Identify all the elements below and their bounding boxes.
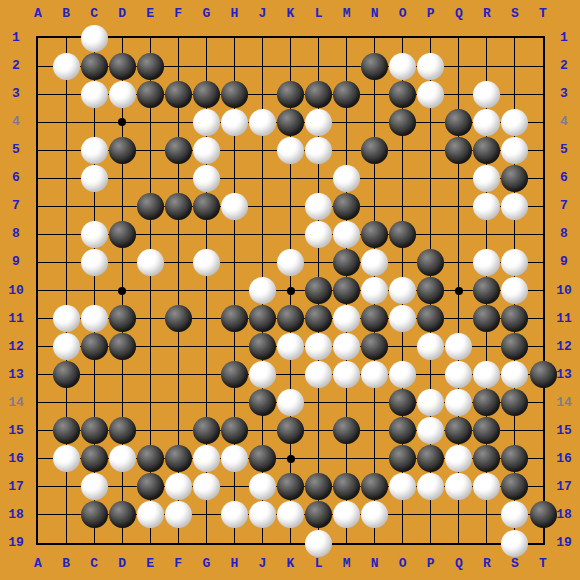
coord-label-right-16: 16 (552, 451, 576, 467)
black-stone-F11[interactable] (165, 305, 192, 332)
coord-label-left-11: 11 (4, 311, 28, 327)
coord-label-left-18: 18 (4, 507, 28, 523)
coord-label-top-K: K (279, 6, 303, 22)
black-stone-C18[interactable] (81, 501, 108, 528)
white-stone-J13[interactable] (249, 361, 276, 388)
white-stone-H16[interactable] (221, 445, 248, 472)
coord-label-right-2: 2 (552, 58, 576, 74)
white-stone-K9[interactable] (277, 249, 304, 276)
black-stone-C2[interactable] (81, 53, 108, 80)
white-stone-K12[interactable] (277, 333, 304, 360)
coord-label-top-T: T (531, 6, 555, 22)
white-stone-E18[interactable] (137, 501, 164, 528)
white-stone-F18[interactable] (165, 501, 192, 528)
coord-label-right-17: 17 (552, 479, 576, 495)
coord-label-left-1: 1 (4, 30, 28, 46)
black-stone-D12[interactable] (109, 333, 136, 360)
coord-label-left-17: 17 (4, 479, 28, 495)
white-stone-G16[interactable] (193, 445, 220, 472)
coord-label-left-19: 19 (4, 535, 28, 551)
black-stone-D18[interactable] (109, 501, 136, 528)
coord-label-left-13: 13 (4, 367, 28, 383)
black-stone-J12[interactable] (249, 333, 276, 360)
white-stone-C9[interactable] (81, 249, 108, 276)
white-stone-G4[interactable] (193, 109, 220, 136)
coord-label-right-15: 15 (552, 423, 576, 439)
coord-label-bottom-P: P (419, 556, 443, 572)
black-stone-K4[interactable] (277, 109, 304, 136)
white-stone-L7[interactable] (305, 193, 332, 220)
white-stone-J4[interactable] (249, 109, 276, 136)
white-stone-R3[interactable] (473, 81, 500, 108)
white-stone-G6[interactable] (193, 165, 220, 192)
black-stone-H11[interactable] (221, 305, 248, 332)
coord-label-left-14: 14 (4, 395, 28, 411)
black-stone-H13[interactable] (221, 361, 248, 388)
star-point-D10 (118, 287, 126, 295)
black-stone-K11[interactable] (277, 305, 304, 332)
white-stone-F17[interactable] (165, 473, 192, 500)
coord-label-right-3: 3 (552, 86, 576, 102)
white-stone-P3[interactable] (417, 81, 444, 108)
white-stone-R6[interactable] (473, 165, 500, 192)
coord-label-top-G: G (194, 6, 218, 22)
coord-label-top-J: J (250, 6, 274, 22)
coord-label-bottom-A: A (26, 556, 50, 572)
black-stone-O8[interactable] (389, 221, 416, 248)
black-stone-B13[interactable] (53, 361, 80, 388)
star-point-K10 (287, 287, 295, 295)
white-stone-B11[interactable] (53, 305, 80, 332)
coord-label-right-8: 8 (552, 226, 576, 242)
white-stone-E9[interactable] (137, 249, 164, 276)
white-stone-N9[interactable] (361, 249, 388, 276)
black-stone-F7[interactable] (165, 193, 192, 220)
black-stone-N8[interactable] (361, 221, 388, 248)
black-stone-Q4[interactable] (445, 109, 472, 136)
black-stone-T13[interactable] (530, 361, 557, 388)
black-stone-M7[interactable] (333, 193, 360, 220)
white-stone-D16[interactable] (109, 445, 136, 472)
coord-label-bottom-S: S (503, 556, 527, 572)
coord-label-left-9: 9 (4, 254, 28, 270)
coord-label-bottom-Q: Q (447, 556, 471, 572)
black-stone-E17[interactable] (137, 473, 164, 500)
black-stone-G7[interactable] (193, 193, 220, 220)
coord-label-top-R: R (475, 6, 499, 22)
white-stone-P2[interactable] (417, 53, 444, 80)
black-stone-M9[interactable] (333, 249, 360, 276)
black-stone-D15[interactable] (109, 417, 136, 444)
coord-label-top-Q: Q (447, 6, 471, 22)
coord-label-top-N: N (363, 6, 387, 22)
white-stone-L13[interactable] (305, 361, 332, 388)
black-stone-F16[interactable] (165, 445, 192, 472)
coord-label-bottom-L: L (307, 556, 331, 572)
coord-label-left-3: 3 (4, 86, 28, 102)
coord-label-right-7: 7 (552, 198, 576, 214)
coord-label-top-M: M (335, 6, 359, 22)
black-stone-L3[interactable] (305, 81, 332, 108)
coord-label-right-12: 12 (552, 339, 576, 355)
coord-label-top-O: O (391, 6, 415, 22)
black-stone-P9[interactable] (417, 249, 444, 276)
black-stone-N5[interactable] (361, 137, 388, 164)
black-stone-C15[interactable] (81, 417, 108, 444)
coord-label-bottom-M: M (335, 556, 359, 572)
white-stone-C17[interactable] (81, 473, 108, 500)
black-stone-T18[interactable] (530, 501, 557, 528)
coord-label-right-10: 10 (552, 283, 576, 299)
coord-label-left-16: 16 (4, 451, 28, 467)
coord-label-bottom-E: E (138, 556, 162, 572)
coord-label-top-L: L (307, 6, 331, 22)
white-stone-O2[interactable] (389, 53, 416, 80)
coord-label-bottom-R: R (475, 556, 499, 572)
black-stone-Q5[interactable] (445, 137, 472, 164)
white-stone-H7[interactable] (221, 193, 248, 220)
coord-label-bottom-N: N (363, 556, 387, 572)
black-stone-S6[interactable] (501, 165, 528, 192)
black-stone-L10[interactable] (305, 277, 332, 304)
white-stone-N10[interactable] (361, 277, 388, 304)
black-stone-L11[interactable] (305, 305, 332, 332)
white-stone-M6[interactable] (333, 165, 360, 192)
coord-label-right-14: 14 (552, 395, 576, 411)
white-stone-D3[interactable] (109, 81, 136, 108)
white-stone-B12[interactable] (53, 333, 80, 360)
black-stone-H15[interactable] (221, 417, 248, 444)
coord-label-bottom-O: O (391, 556, 415, 572)
white-stone-C1[interactable] (81, 25, 108, 52)
white-stone-S4[interactable] (501, 109, 528, 136)
white-stone-G17[interactable] (193, 473, 220, 500)
coord-label-right-4: 4 (552, 114, 576, 130)
coord-label-bottom-H: H (222, 556, 246, 572)
coord-label-right-9: 9 (552, 254, 576, 270)
white-stone-B2[interactable] (53, 53, 80, 80)
black-stone-D8[interactable] (109, 221, 136, 248)
coord-label-left-4: 4 (4, 114, 28, 130)
coord-label-top-E: E (138, 6, 162, 22)
coord-label-bottom-C: C (82, 556, 106, 572)
white-stone-S5[interactable] (501, 137, 528, 164)
coord-label-left-15: 15 (4, 423, 28, 439)
coord-label-right-6: 6 (552, 170, 576, 186)
black-stone-J14[interactable] (249, 389, 276, 416)
black-stone-D2[interactable] (109, 53, 136, 80)
coord-label-right-5: 5 (552, 142, 576, 158)
coord-label-top-D: D (110, 6, 134, 22)
black-stone-E2[interactable] (137, 53, 164, 80)
black-stone-O4[interactable] (389, 109, 416, 136)
white-stone-L19[interactable] (305, 530, 332, 557)
black-stone-M10[interactable] (333, 277, 360, 304)
white-stone-C5[interactable] (81, 137, 108, 164)
black-stone-H3[interactable] (221, 81, 248, 108)
white-stone-L5[interactable] (305, 137, 332, 164)
white-stone-S19[interactable] (501, 530, 528, 557)
coord-label-top-C: C (82, 6, 106, 22)
white-stone-R7[interactable] (473, 193, 500, 220)
white-stone-C8[interactable] (81, 221, 108, 248)
black-stone-F3[interactable] (165, 81, 192, 108)
star-point-K16 (287, 455, 295, 463)
black-stone-E7[interactable] (137, 193, 164, 220)
coord-label-top-F: F (166, 6, 190, 22)
coord-label-bottom-T: T (531, 556, 555, 572)
black-stone-O3[interactable] (389, 81, 416, 108)
coord-label-top-B: B (54, 6, 78, 22)
white-stone-R4[interactable] (473, 109, 500, 136)
black-stone-M3[interactable] (333, 81, 360, 108)
star-point-Q10 (455, 287, 463, 295)
black-stone-D11[interactable] (109, 305, 136, 332)
black-stone-D5[interactable] (109, 137, 136, 164)
white-stone-C11[interactable] (81, 305, 108, 332)
black-stone-C12[interactable] (81, 333, 108, 360)
black-stone-K3[interactable] (277, 81, 304, 108)
white-stone-L12[interactable] (305, 333, 332, 360)
black-stone-G3[interactable] (193, 81, 220, 108)
white-stone-J10[interactable] (249, 277, 276, 304)
go-board: AABBCCDDEEFFGGHHJJKKLLMMNNOOPPQQRRSSTT11… (0, 0, 580, 580)
black-stone-N2[interactable] (361, 53, 388, 80)
coord-label-bottom-D: D (110, 556, 134, 572)
black-stone-N11[interactable] (361, 305, 388, 332)
white-stone-B16[interactable] (53, 445, 80, 472)
black-stone-R5[interactable] (473, 137, 500, 164)
white-stone-G5[interactable] (193, 137, 220, 164)
coord-label-bottom-G: G (194, 556, 218, 572)
coord-label-top-P: P (419, 6, 443, 22)
white-stone-L8[interactable] (305, 221, 332, 248)
coord-label-right-19: 19 (552, 535, 576, 551)
white-stone-L4[interactable] (305, 109, 332, 136)
coord-label-left-8: 8 (4, 226, 28, 242)
coord-label-left-7: 7 (4, 198, 28, 214)
white-stone-H4[interactable] (221, 109, 248, 136)
black-stone-E16[interactable] (137, 445, 164, 472)
white-stone-C6[interactable] (81, 165, 108, 192)
coord-label-bottom-F: F (166, 556, 190, 572)
black-stone-C16[interactable] (81, 445, 108, 472)
black-stone-E3[interactable] (137, 81, 164, 108)
coord-label-top-S: S (503, 6, 527, 22)
black-stone-J11[interactable] (249, 305, 276, 332)
black-stone-B15[interactable] (53, 417, 80, 444)
coord-label-left-6: 6 (4, 170, 28, 186)
white-stone-K5[interactable] (277, 137, 304, 164)
white-stone-C3[interactable] (81, 81, 108, 108)
coord-label-bottom-K: K (279, 556, 303, 572)
white-stone-G9[interactable] (193, 249, 220, 276)
coord-label-right-11: 11 (552, 311, 576, 327)
coord-label-left-2: 2 (4, 58, 28, 74)
coord-label-top-H: H (222, 6, 246, 22)
coord-label-left-5: 5 (4, 142, 28, 158)
white-stone-M8[interactable] (333, 221, 360, 248)
coord-label-top-A: A (26, 6, 50, 22)
coord-label-left-10: 10 (4, 283, 28, 299)
black-stone-G15[interactable] (193, 417, 220, 444)
coord-label-bottom-B: B (54, 556, 78, 572)
coord-label-right-1: 1 (552, 30, 576, 46)
white-stone-M11[interactable] (333, 305, 360, 332)
coord-label-bottom-J: J (250, 556, 274, 572)
coord-label-left-12: 12 (4, 339, 28, 355)
black-stone-F5[interactable] (165, 137, 192, 164)
